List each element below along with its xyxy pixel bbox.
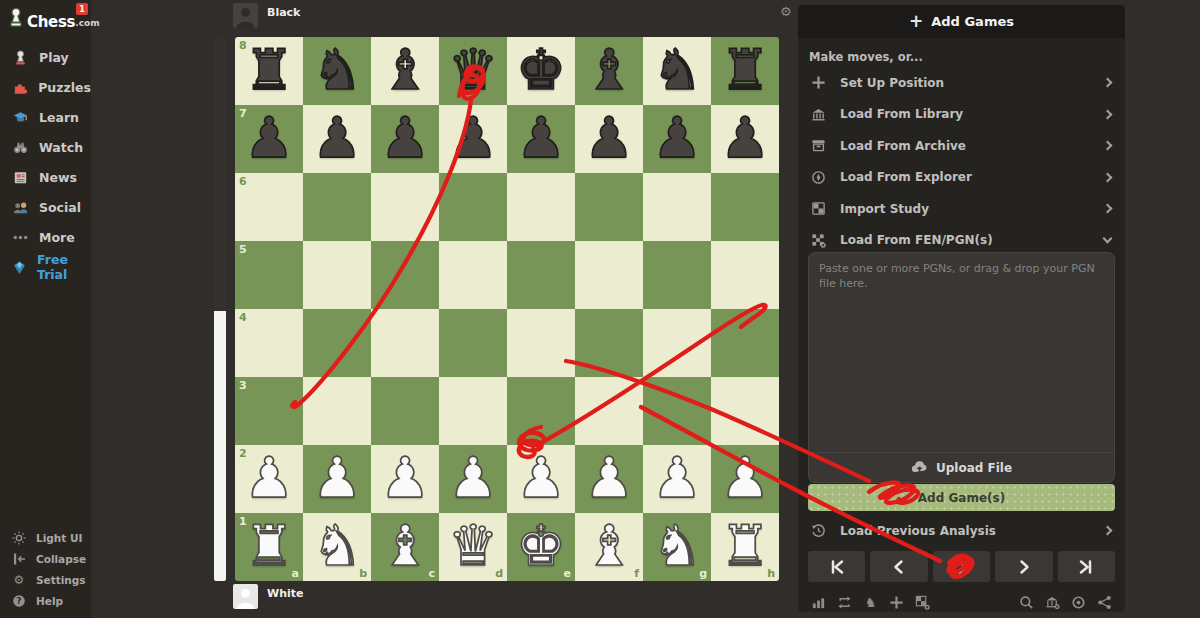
import-study-icon <box>810 200 827 217</box>
sidebar-item-more[interactable]: More <box>0 222 91 252</box>
footer-item-label: Collapse <box>36 553 86 565</box>
piece-black-bishop[interactable]: ♝ <box>575 37 643 105</box>
square-c2[interactable]: ♟ <box>371 445 439 513</box>
sidebar-item-play[interactable]: Play <box>0 42 91 72</box>
record-icon[interactable] <box>1070 594 1087 611</box>
square-e7[interactable]: ♟ <box>507 105 575 173</box>
square-f3[interactable] <box>575 377 643 445</box>
square-e8[interactable]: ♚ <box>507 37 575 105</box>
piece-black-rook[interactable]: ♜ <box>711 37 779 105</box>
file-label: g <box>699 568 707 579</box>
piece-white-pawn[interactable]: ♟ <box>643 445 711 513</box>
archive-icon <box>810 137 827 154</box>
square-h6[interactable] <box>711 173 779 241</box>
square-c3[interactable] <box>371 377 439 445</box>
sun-icon <box>11 531 27 545</box>
rank-label: 8 <box>239 40 247 51</box>
logo-suffix: .com <box>75 15 99 32</box>
square-c8[interactable]: ♝ <box>371 37 439 105</box>
library-plus-icon[interactable] <box>1044 594 1061 611</box>
rank-label: 1 <box>239 516 247 527</box>
file-label: e <box>564 568 571 579</box>
svg-text:?: ? <box>17 596 22 606</box>
app-root: Chess.com 1 Play Puzzles Learn Watch <box>0 0 1200 618</box>
menu-item-label: Set Up Position <box>840 76 944 90</box>
evaluation-bar-white <box>214 311 226 581</box>
menu-set-up-position[interactable]: Set Up Position <box>798 67 1125 99</box>
piece-black-king[interactable]: ♚ <box>507 37 575 105</box>
file-label: a <box>292 568 299 579</box>
square-h7[interactable]: ♟ <box>711 105 779 173</box>
square-g3[interactable] <box>643 377 711 445</box>
square-h1[interactable]: h♜ <box>711 513 779 581</box>
zoom-icon[interactable] <box>1018 594 1035 611</box>
footer-item-label: Light UI <box>36 532 82 544</box>
board-options-icon[interactable] <box>914 594 931 611</box>
player-name-white: White <box>267 587 303 600</box>
white-avatar[interactable] <box>233 584 258 609</box>
file-label: b <box>359 568 367 579</box>
square-h8[interactable]: ♜ <box>711 37 779 105</box>
menu-item-label: Load From Archive <box>840 139 966 153</box>
square-h4[interactable] <box>711 309 779 377</box>
square-d2[interactable]: ♟ <box>439 445 507 513</box>
sidebar-item-label: Social <box>39 200 81 215</box>
compass-icon <box>810 169 827 186</box>
add-games-header[interactable]: + Add Games <box>798 5 1125 38</box>
square-a5[interactable]: 5 <box>235 241 303 309</box>
add-games-title: Add Games <box>931 14 1014 29</box>
square-e2[interactable]: ♟ <box>507 445 575 513</box>
load-previous-analysis[interactable]: Load Previous Analysis <box>798 517 1125 544</box>
panel-footer-icons: ♞ <box>810 592 1113 612</box>
square-b8[interactable]: ♞ <box>303 37 371 105</box>
plus-icon: + <box>909 13 923 30</box>
sidebar-item-learn[interactable]: Learn <box>0 102 91 132</box>
square-f4[interactable] <box>575 309 643 377</box>
square-b1[interactable]: b♞ <box>303 513 371 581</box>
sidebar-item-label: Learn <box>39 110 79 125</box>
menu-item-label: Load From FEN/PGN(s) <box>840 233 993 247</box>
sidebar-nav: Play Puzzles Learn Watch News Social <box>0 42 91 282</box>
add-icon[interactable] <box>888 594 905 611</box>
square-e4[interactable] <box>507 309 575 377</box>
square-b7[interactable]: ♟ <box>303 105 371 173</box>
black-avatar[interactable] <box>233 3 258 28</box>
pawn-icon <box>11 48 30 66</box>
square-c6[interactable] <box>371 173 439 241</box>
square-g7[interactable]: ♟ <box>643 105 711 173</box>
footer-item-label: Help <box>36 595 63 607</box>
analysis-chart-icon[interactable] <box>810 594 827 611</box>
sidebar-item-label: Free Trial <box>37 252 91 282</box>
piece-black-pawn[interactable]: ♟ <box>711 105 779 173</box>
load-previous-label: Load Previous Analysis <box>840 524 996 538</box>
piece-black-pawn[interactable]: ♟ <box>371 105 439 173</box>
piece-black-pawn[interactable]: ♟ <box>439 105 507 173</box>
menu-load-from-explorer[interactable]: Load From Explorer <box>798 162 1125 194</box>
gear-icon: ⚙ <box>11 573 27 587</box>
piece-white-pawn[interactable]: ♟ <box>439 445 507 513</box>
upload-file-button[interactable]: Upload File <box>809 452 1114 482</box>
square-e5[interactable] <box>507 241 575 309</box>
chess-board: 8♜♞♝♛♚♝♞♜7♟♟♟♟♟♟♟♟65432♟♟♟♟♟♟♟♟1a♜b♞c♝d♛… <box>235 37 779 581</box>
piece-black-pawn[interactable]: ♟ <box>575 105 643 173</box>
square-g6[interactable] <box>643 173 711 241</box>
square-b2[interactable]: ♟ <box>303 445 371 513</box>
menu-load-from-library[interactable]: Load From Library <box>798 99 1125 131</box>
square-g5[interactable] <box>643 241 711 309</box>
analysis-panel: + Add Games Make moves, or... Set Up Pos… <box>798 5 1125 612</box>
square-a1[interactable]: 1a♜ <box>235 513 303 581</box>
menu-item-label: Import Study <box>840 202 929 216</box>
square-c1[interactable]: c♝ <box>371 513 439 581</box>
piece-white-bishop[interactable]: ♝ <box>575 513 643 581</box>
chevron-right-icon <box>1103 526 1113 536</box>
collapse-icon <box>11 552 27 566</box>
help-button[interactable]: ? Help <box>0 590 91 611</box>
people-icon <box>11 198 30 216</box>
rank-label: 3 <box>239 380 247 391</box>
sidebar-item-label: Watch <box>39 140 83 155</box>
square-d4[interactable] <box>439 309 507 377</box>
piece-white-pawn[interactable]: ♟ <box>507 445 575 513</box>
rank-label: 7 <box>239 108 247 119</box>
newspaper-icon <box>11 168 30 186</box>
menu-item-label: Load From Explorer <box>840 170 972 184</box>
flip-board-icon[interactable] <box>836 594 853 611</box>
go-to-end-button[interactable] <box>1058 551 1115 582</box>
square-a2[interactable]: 2♟ <box>235 445 303 513</box>
piece-white-pawn[interactable]: ♟ <box>575 445 643 513</box>
square-d6[interactable] <box>439 173 507 241</box>
square-e1[interactable]: e♚ <box>507 513 575 581</box>
square-d1[interactable]: d♛ <box>439 513 507 581</box>
square-b3[interactable] <box>303 377 371 445</box>
sidebar-item-label: More <box>39 230 75 245</box>
sidebar-item-label: News <box>39 170 77 185</box>
piece-black-knight[interactable]: ♞ <box>643 37 711 105</box>
menu-import-study[interactable]: Import Study <box>798 193 1125 225</box>
square-f2[interactable]: ♟ <box>575 445 643 513</box>
menu-item-label: Load From Library <box>840 107 963 121</box>
square-h5[interactable] <box>711 241 779 309</box>
sidebar-item-news[interactable]: News <box>0 162 91 192</box>
file-label: h <box>767 568 775 579</box>
menu-load-from-archive[interactable]: Load From Archive <box>798 130 1125 162</box>
square-e3[interactable] <box>507 377 575 445</box>
settings-button[interactable]: ⚙ Settings <box>0 569 91 590</box>
square-a3[interactable]: 3 <box>235 377 303 445</box>
square-b5[interactable] <box>303 241 371 309</box>
pieces-icon[interactable]: ♞ <box>862 594 879 611</box>
evaluation-bar <box>214 37 226 581</box>
question-icon: ? <box>11 594 27 608</box>
move-navigation <box>808 551 1115 582</box>
notification-badge: 1 <box>76 3 88 15</box>
square-f8[interactable]: ♝ <box>575 37 643 105</box>
piece-black-queen[interactable]: ♛ <box>439 37 507 105</box>
square-a8[interactable]: 8♜ <box>235 37 303 105</box>
nav-middle-button[interactable] <box>933 551 990 582</box>
file-label: d <box>495 568 503 579</box>
fen-grid-icon <box>810 232 827 249</box>
rank-label: 4 <box>239 312 247 323</box>
sidebar: Chess.com 1 Play Puzzles Learn Watch <box>0 0 91 618</box>
pgn-input[interactable]: Paste one or more PGNs, or drag & drop y… <box>808 252 1115 483</box>
piece-white-pawn[interactable]: ♟ <box>303 445 371 513</box>
square-d3[interactable] <box>439 377 507 445</box>
chesscom-logo[interactable]: Chess.com 1 <box>8 7 100 32</box>
piece-black-pawn[interactable]: ♟ <box>303 105 371 173</box>
square-c7[interactable]: ♟ <box>371 105 439 173</box>
square-b4[interactable] <box>303 309 371 377</box>
square-h3[interactable] <box>711 377 779 445</box>
piece-white-pawn[interactable]: ♟ <box>711 445 779 513</box>
light-ui-toggle[interactable]: Light UI <box>0 527 91 548</box>
logo-pawn-icon <box>8 7 24 32</box>
rank-label: 6 <box>239 176 247 187</box>
square-a4[interactable]: 4 <box>235 309 303 377</box>
player-name-black: Black <box>267 6 300 19</box>
chevron-right-icon <box>1103 172 1113 182</box>
load-menu: Set Up Position Load From Library Load F… <box>798 67 1125 256</box>
share-icon[interactable] <box>1096 594 1113 611</box>
square-f6[interactable] <box>575 173 643 241</box>
square-c5[interactable] <box>371 241 439 309</box>
graduation-cap-icon <box>11 108 30 126</box>
diamond-icon <box>11 258 28 276</box>
logo-text: Chess <box>27 12 75 32</box>
sidebar-item-social[interactable]: Social <box>0 192 91 222</box>
square-d8[interactable]: ♛ <box>439 37 507 105</box>
previous-move-button[interactable] <box>870 551 927 582</box>
square-f1[interactable]: f♝ <box>575 513 643 581</box>
player-top: Black <box>233 3 300 28</box>
piece-black-bishop[interactable]: ♝ <box>371 37 439 105</box>
ellipsis-icon <box>11 228 30 246</box>
square-a6[interactable]: 6 <box>235 173 303 241</box>
chevron-down-icon <box>1103 234 1113 244</box>
square-h2[interactable]: ♟ <box>711 445 779 513</box>
sidebar-item-label: Puzzles <box>38 80 91 95</box>
square-e6[interactable] <box>507 173 575 241</box>
collapse-button[interactable]: Collapse <box>0 548 91 569</box>
square-g8[interactable]: ♞ <box>643 37 711 105</box>
sidebar-item-free-trial[interactable]: Free Trial <box>0 252 91 282</box>
player-bottom: White <box>233 584 303 609</box>
square-f5[interactable] <box>575 241 643 309</box>
piece-black-knight[interactable]: ♞ <box>303 37 371 105</box>
file-label: f <box>634 568 639 579</box>
make-moves-label: Make moves, or... <box>809 50 923 64</box>
square-c4[interactable] <box>371 309 439 377</box>
plus-icon <box>810 74 827 91</box>
square-g1[interactable]: g♞ <box>643 513 711 581</box>
sidebar-item-watch[interactable]: Watch <box>0 132 91 162</box>
sidebar-item-puzzles[interactable]: Puzzles <box>0 72 91 102</box>
library-icon <box>810 106 827 123</box>
square-d5[interactable] <box>439 241 507 309</box>
go-to-start-button[interactable] <box>808 551 865 582</box>
rank-label: 2 <box>239 448 247 459</box>
chevron-right-icon <box>1103 78 1113 88</box>
next-move-button[interactable] <box>995 551 1052 582</box>
cloud-upload-icon <box>911 458 928 477</box>
binoculars-icon <box>11 138 30 156</box>
square-d7[interactable]: ♟ <box>439 105 507 173</box>
chevron-right-icon <box>1103 109 1113 119</box>
square-g2[interactable]: ♟ <box>643 445 711 513</box>
sidebar-footer: Light UI Collapse ⚙ Settings ? Help <box>0 527 91 611</box>
pgn-placeholder: Paste one or more PGNs, or drag & drop y… <box>809 253 1114 301</box>
square-a7[interactable]: 7♟ <box>235 105 303 173</box>
chevron-right-icon <box>1103 141 1113 151</box>
upload-file-label: Upload File <box>936 461 1012 475</box>
sidebar-item-label: Play <box>39 50 69 65</box>
piece-black-pawn[interactable]: ♟ <box>643 105 711 173</box>
square-b6[interactable] <box>303 173 371 241</box>
add-games-button[interactable]: Add Game(s) <box>808 484 1115 511</box>
square-f7[interactable]: ♟ <box>575 105 643 173</box>
history-icon <box>810 522 827 539</box>
file-label: c <box>428 568 435 579</box>
chevron-right-icon <box>1103 204 1113 214</box>
rank-label: 5 <box>239 244 247 255</box>
square-g4[interactable] <box>643 309 711 377</box>
puzzle-icon <box>11 78 29 96</box>
piece-white-pawn[interactable]: ♟ <box>371 445 439 513</box>
board-settings-gear-icon[interactable]: ⚙ <box>780 4 792 19</box>
piece-black-pawn[interactable]: ♟ <box>507 105 575 173</box>
footer-item-label: Settings <box>36 574 86 586</box>
